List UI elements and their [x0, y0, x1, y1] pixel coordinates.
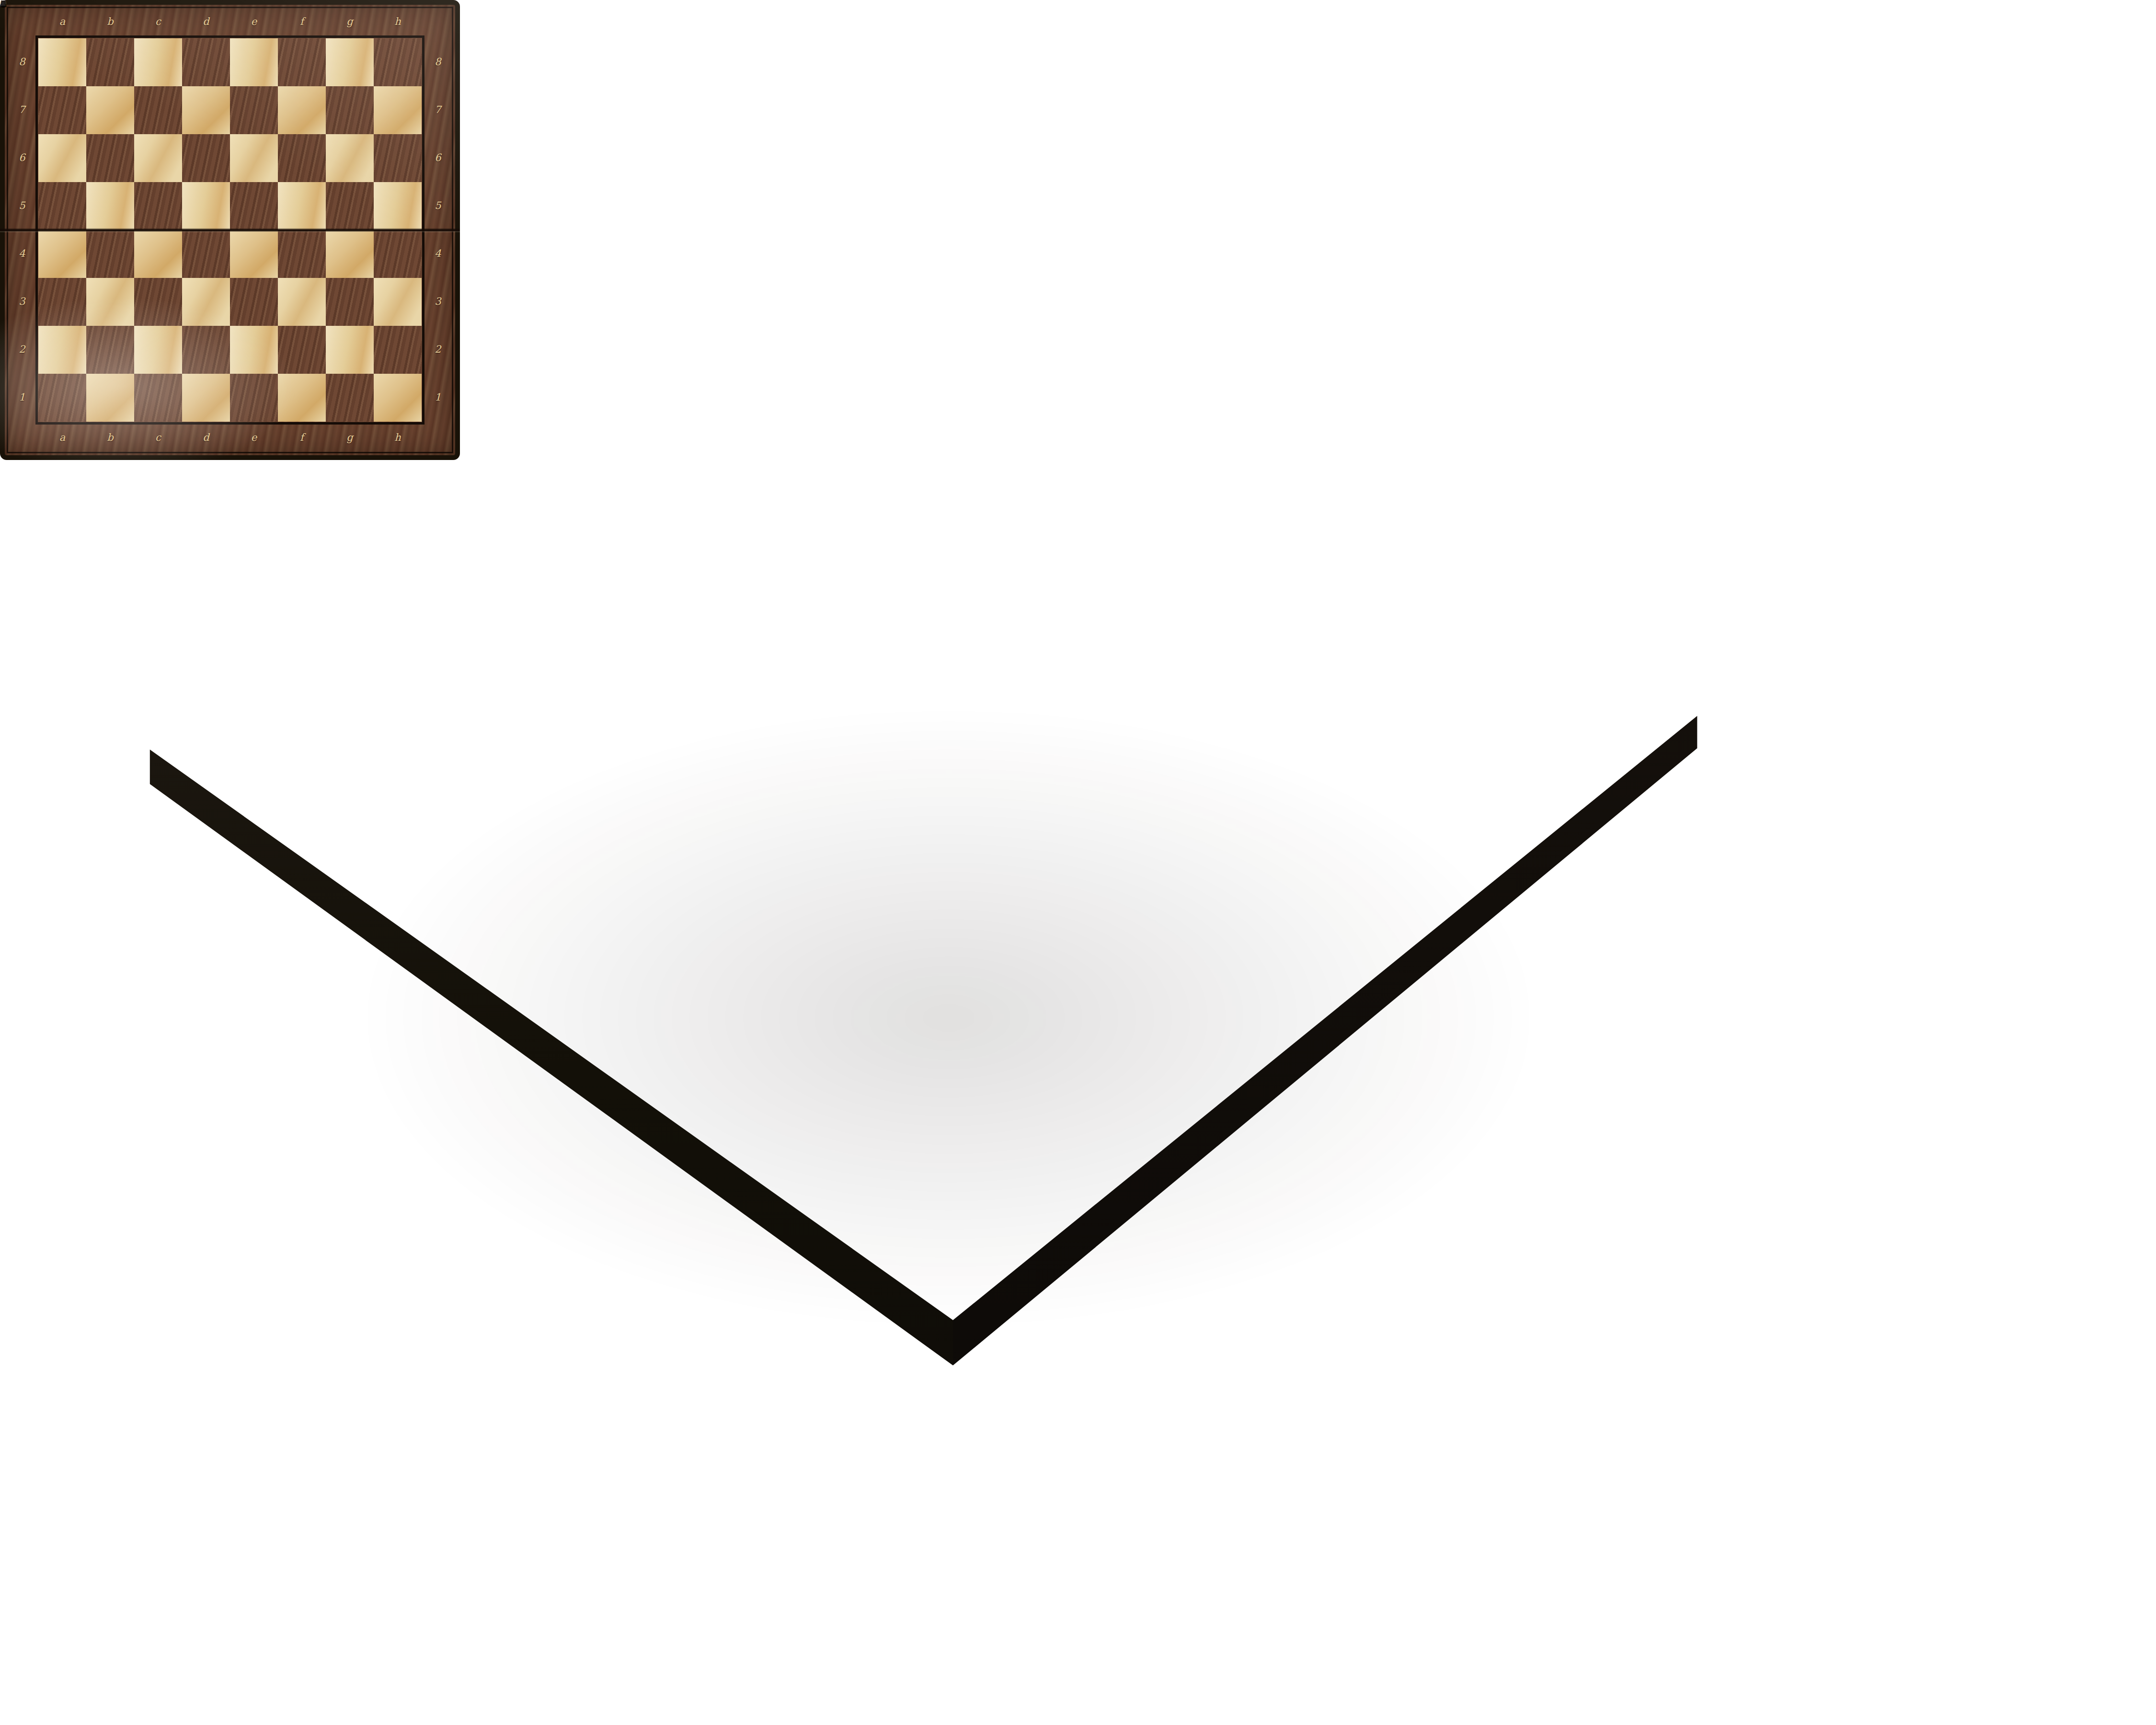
- pieces-layer: ♜♞♝♛♚♝♞♜♟♟♟♟♟♟♟♟♟♟♟♟♟♟♟♟♜♞♝♛♚♝♞♜: [0, 0, 2156, 1725]
- product-photo-stage: aabbccddeeffgghh1122334455667788 ♜♞♝♛♚♝♞…: [0, 0, 2156, 1725]
- piece-black-rook-h1[interactable]: ♜: [0, 0, 7, 8]
